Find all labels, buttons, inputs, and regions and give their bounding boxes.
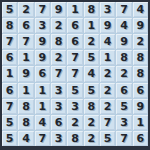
grid-cell[interactable]: 8 <box>2 18 17 33</box>
grid-cell[interactable]: 8 <box>18 115 33 130</box>
grid-cell[interactable]: 5 <box>67 83 82 98</box>
grid-cell[interactable]: 4 <box>35 115 50 130</box>
grid-cell[interactable]: 2 <box>84 34 99 49</box>
number-grid: 5279183748632619497798624926192751881967… <box>2 2 148 146</box>
grid-cell[interactable]: 2 <box>100 99 115 114</box>
grid-cell[interactable]: 4 <box>100 34 115 49</box>
grid-cell[interactable]: 1 <box>100 50 115 65</box>
grid-cell[interactable]: 7 <box>116 2 131 17</box>
grid-cell[interactable]: 9 <box>116 34 131 49</box>
grid-cell[interactable]: 2 <box>84 131 99 146</box>
grid-cell[interactable]: 1 <box>35 83 50 98</box>
grid-cell[interactable]: 6 <box>35 66 50 81</box>
grid-cell[interactable]: 3 <box>100 2 115 17</box>
grid-cell[interactable]: 6 <box>18 18 33 33</box>
grid-cell[interactable]: 5 <box>84 50 99 65</box>
grid-cell[interactable]: 9 <box>133 99 148 114</box>
grid-cell[interactable]: 5 <box>116 99 131 114</box>
grid-cell[interactable]: 7 <box>18 34 33 49</box>
grid-cell[interactable]: 5 <box>84 83 99 98</box>
grid-cell[interactable]: 7 <box>2 99 17 114</box>
grid-cell[interactable]: 3 <box>67 99 82 114</box>
grid-cell[interactable]: 5 <box>100 131 115 146</box>
grid-cell[interactable]: 4 <box>84 66 99 81</box>
grid-cell[interactable]: 3 <box>35 18 50 33</box>
grid-cell[interactable]: 8 <box>133 50 148 65</box>
grid-cell[interactable]: 6 <box>2 50 17 65</box>
grid-cell[interactable]: 5 <box>2 115 17 130</box>
grid-cell[interactable]: 2 <box>116 66 131 81</box>
grid-cell[interactable]: 1 <box>18 83 33 98</box>
grid-cell[interactable]: 6 <box>116 83 131 98</box>
grid-cell[interactable]: 8 <box>51 34 66 49</box>
grid-cell[interactable]: 7 <box>100 115 115 130</box>
grid-cell[interactable]: 7 <box>116 131 131 146</box>
grid-cell[interactable]: 2 <box>100 83 115 98</box>
grid-cell[interactable]: 8 <box>84 2 99 17</box>
grid-cell[interactable]: 1 <box>133 115 148 130</box>
grid-cell[interactable]: 9 <box>133 18 148 33</box>
grid-cell[interactable]: 4 <box>18 131 33 146</box>
grid-cell[interactable]: 6 <box>51 115 66 130</box>
grid-cell[interactable]: 3 <box>51 83 66 98</box>
grid-cell[interactable]: 6 <box>67 18 82 33</box>
grid-cell[interactable]: 9 <box>18 66 33 81</box>
grid-cell[interactable]: 2 <box>18 2 33 17</box>
grid-cell[interactable]: 7 <box>35 131 50 146</box>
grid-cell[interactable]: 7 <box>35 2 50 17</box>
grid-cell[interactable]: 3 <box>51 131 66 146</box>
grid-cell[interactable]: 9 <box>35 34 50 49</box>
grid-cell[interactable]: 7 <box>67 66 82 81</box>
grid-cell[interactable]: 9 <box>51 2 66 17</box>
grid-cell[interactable]: 6 <box>133 83 148 98</box>
grid-cell[interactable]: 4 <box>133 2 148 17</box>
grid-cell[interactable]: 2 <box>133 34 148 49</box>
grid-cell[interactable]: 5 <box>2 131 17 146</box>
grid-cell[interactable]: 7 <box>2 34 17 49</box>
grid-cell[interactable]: 2 <box>100 66 115 81</box>
grid-cell[interactable]: 7 <box>67 50 82 65</box>
grid-cell[interactable]: 9 <box>100 18 115 33</box>
grid-cell[interactable]: 2 <box>67 115 82 130</box>
grid-cell[interactable]: 1 <box>84 18 99 33</box>
board-frame: 5279183748632619497798624926192751881967… <box>0 0 150 150</box>
grid-cell[interactable]: 8 <box>67 131 82 146</box>
grid-cell[interactable]: 6 <box>2 83 17 98</box>
grid-cell[interactable]: 8 <box>116 50 131 65</box>
grid-cell[interactable]: 3 <box>51 99 66 114</box>
grid-cell[interactable]: 1 <box>67 2 82 17</box>
grid-cell[interactable]: 8 <box>133 66 148 81</box>
grid-cell[interactable]: 6 <box>67 34 82 49</box>
grid-cell[interactable]: 8 <box>18 99 33 114</box>
grid-cell[interactable]: 2 <box>51 18 66 33</box>
grid-cell[interactable]: 5 <box>2 2 17 17</box>
grid-cell[interactable]: 8 <box>84 99 99 114</box>
grid-cell[interactable]: 1 <box>35 99 50 114</box>
grid-cell[interactable]: 3 <box>116 115 131 130</box>
grid-cell[interactable]: 2 <box>84 115 99 130</box>
grid-cell[interactable]: 1 <box>18 50 33 65</box>
grid-cell[interactable]: 4 <box>116 18 131 33</box>
grid-cell[interactable]: 7 <box>51 66 66 81</box>
grid-cell[interactable]: 6 <box>133 131 148 146</box>
grid-cell[interactable]: 1 <box>2 66 17 81</box>
grid-cell[interactable]: 2 <box>51 50 66 65</box>
grid-cell[interactable]: 9 <box>35 50 50 65</box>
